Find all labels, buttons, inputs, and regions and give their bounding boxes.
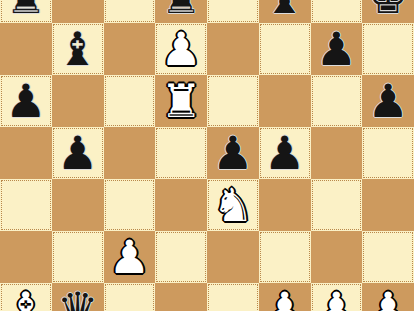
square-h4[interactable]: [362, 179, 414, 231]
square-a4[interactable]: [0, 179, 52, 231]
square-f7[interactable]: [259, 23, 311, 75]
square-b4[interactable]: [52, 179, 104, 231]
square-b2[interactable]: ♛: [52, 283, 104, 311]
square-c8[interactable]: [104, 0, 156, 23]
square-a2[interactable]: ♝: [0, 283, 52, 311]
square-e6[interactable]: [207, 75, 259, 127]
chess-board-viewport: ♜♜♝♚♝♟♟♟♜♟♟♟♟♞♟♝♛♟♟♟: [0, 0, 414, 311]
piece-white-knight-e4[interactable]: ♞: [207, 179, 259, 231]
square-d6[interactable]: ♜: [155, 75, 207, 127]
square-d4[interactable]: [155, 179, 207, 231]
square-c5[interactable]: [104, 127, 156, 179]
square-g7[interactable]: ♟: [311, 23, 363, 75]
piece-white-rook-d6[interactable]: ♜: [155, 75, 207, 127]
square-f3[interactable]: [259, 231, 311, 283]
square-a7[interactable]: [0, 23, 52, 75]
square-b7[interactable]: ♝: [52, 23, 104, 75]
square-a5[interactable]: [0, 127, 52, 179]
square-h6[interactable]: ♟: [362, 75, 414, 127]
piece-black-rook-d8[interactable]: ♜: [155, 0, 207, 23]
square-f2[interactable]: ♟: [259, 283, 311, 311]
piece-black-pawn-f5[interactable]: ♟: [259, 127, 311, 179]
square-d5[interactable]: [155, 127, 207, 179]
square-h7[interactable]: [362, 23, 414, 75]
square-e3[interactable]: [207, 231, 259, 283]
square-e5[interactable]: ♟: [207, 127, 259, 179]
piece-black-king-h8[interactable]: ♚: [362, 0, 414, 23]
square-g5[interactable]: [311, 127, 363, 179]
piece-black-pawn-e5[interactable]: ♟: [207, 127, 259, 179]
square-g8[interactable]: [311, 0, 363, 23]
square-b8[interactable]: [52, 0, 104, 23]
square-e7[interactable]: [207, 23, 259, 75]
square-d7[interactable]: ♟: [155, 23, 207, 75]
square-d8[interactable]: ♜: [155, 0, 207, 23]
square-b5[interactable]: ♟: [52, 127, 104, 179]
piece-black-pawn-g7[interactable]: ♟: [311, 23, 363, 75]
piece-black-bishop-b7[interactable]: ♝: [52, 23, 104, 75]
piece-white-pawn-c3[interactable]: ♟: [104, 231, 156, 283]
square-d2[interactable]: [155, 283, 207, 311]
square-c7[interactable]: [104, 23, 156, 75]
piece-white-bishop-a2[interactable]: ♝: [0, 283, 52, 311]
square-a6[interactable]: ♟: [0, 75, 52, 127]
square-c2[interactable]: [104, 283, 156, 311]
square-c3[interactable]: ♟: [104, 231, 156, 283]
piece-white-pawn-f2[interactable]: ♟: [259, 283, 311, 311]
piece-white-pawn-d7[interactable]: ♟: [155, 23, 207, 75]
square-f6[interactable]: [259, 75, 311, 127]
chess-board: ♜♜♝♚♝♟♟♟♜♟♟♟♟♞♟♝♛♟♟♟: [0, 0, 414, 311]
square-h3[interactable]: [362, 231, 414, 283]
piece-black-bishop-f8[interactable]: ♝: [259, 0, 311, 23]
square-b3[interactable]: [52, 231, 104, 283]
square-e8[interactable]: [207, 0, 259, 23]
piece-black-queen-b2[interactable]: ♛: [52, 283, 104, 311]
square-c4[interactable]: [104, 179, 156, 231]
square-c6[interactable]: [104, 75, 156, 127]
square-e2[interactable]: [207, 283, 259, 311]
square-h5[interactable]: [362, 127, 414, 179]
square-e4[interactable]: ♞: [207, 179, 259, 231]
square-d3[interactable]: [155, 231, 207, 283]
piece-black-rook-a8[interactable]: ♜: [0, 0, 52, 23]
square-h2[interactable]: ♟: [362, 283, 414, 311]
piece-black-pawn-h6[interactable]: ♟: [362, 75, 414, 127]
square-g2[interactable]: ♟: [311, 283, 363, 311]
piece-white-pawn-g2[interactable]: ♟: [311, 283, 363, 311]
square-b6[interactable]: [52, 75, 104, 127]
square-a3[interactable]: [0, 231, 52, 283]
piece-black-pawn-a6[interactable]: ♟: [0, 75, 52, 127]
square-g3[interactable]: [311, 231, 363, 283]
square-f5[interactable]: ♟: [259, 127, 311, 179]
square-f4[interactable]: [259, 179, 311, 231]
square-a8[interactable]: ♜: [0, 0, 52, 23]
square-g6[interactable]: [311, 75, 363, 127]
square-f8[interactable]: ♝: [259, 0, 311, 23]
piece-black-pawn-b5[interactable]: ♟: [52, 127, 104, 179]
piece-white-pawn-h2[interactable]: ♟: [362, 283, 414, 311]
square-h8[interactable]: ♚: [362, 0, 414, 23]
square-g4[interactable]: [311, 179, 363, 231]
